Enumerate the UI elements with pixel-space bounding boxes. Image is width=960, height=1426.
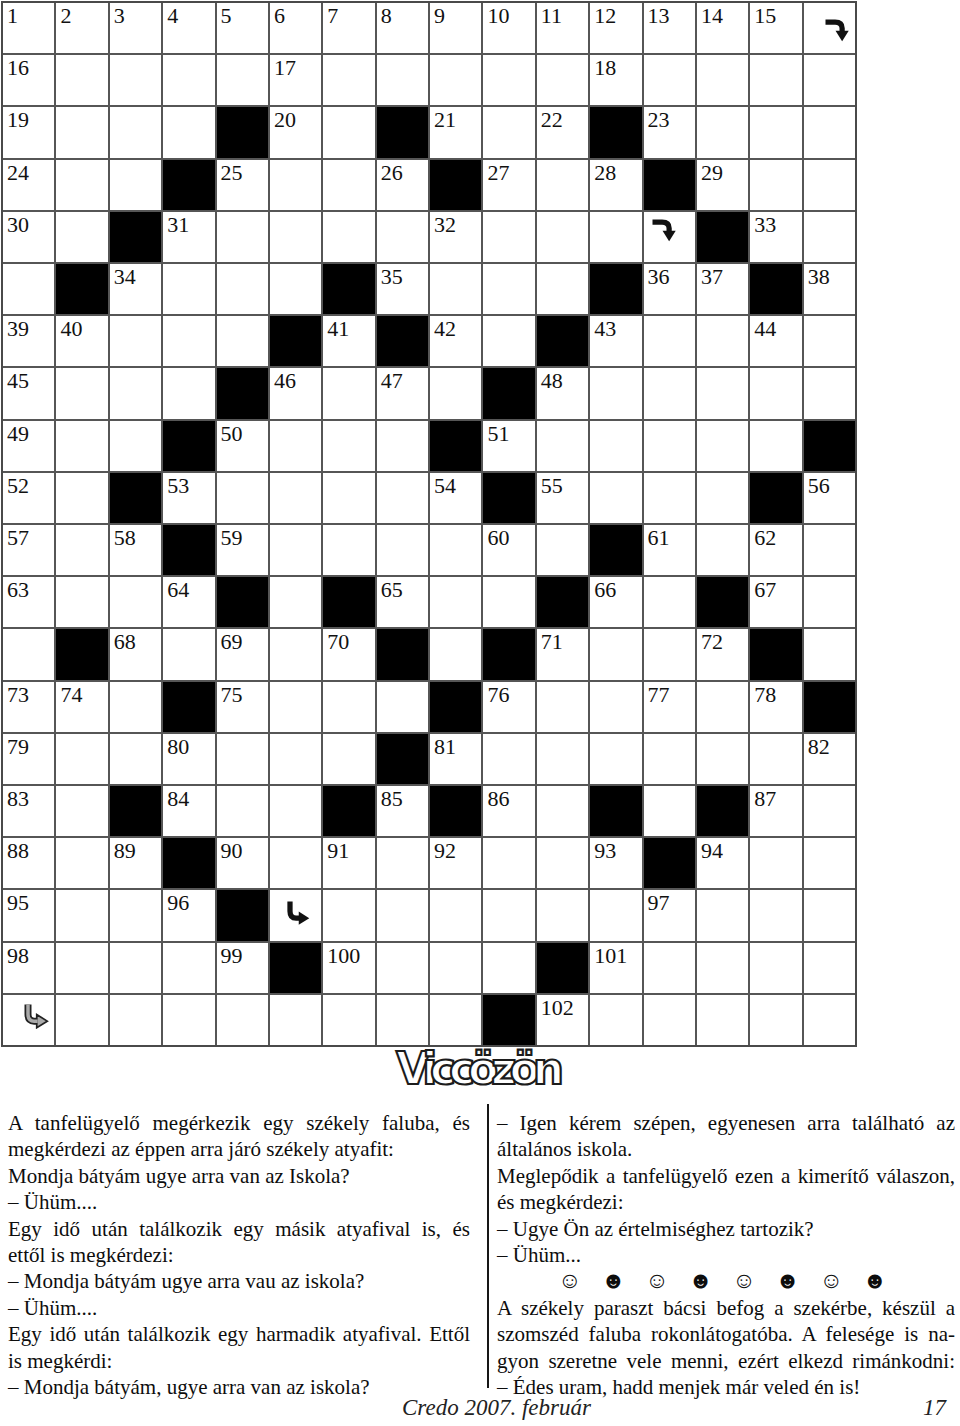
grid-cell[interactable] bbox=[644, 316, 695, 366]
grid-cell[interactable]: 60 bbox=[483, 525, 534, 575]
grid-cell[interactable] bbox=[750, 838, 801, 888]
black-cell bbox=[56, 264, 107, 314]
grid-cell[interactable] bbox=[644, 943, 695, 993]
grid-cell[interactable] bbox=[377, 838, 428, 888]
grid-cell[interactable]: 28 bbox=[590, 160, 641, 210]
grid-cell[interactable]: 3 bbox=[110, 3, 161, 53]
grid-cell[interactable]: 14 bbox=[697, 3, 748, 53]
grid-cell[interactable] bbox=[644, 368, 695, 418]
joke-line: Meglepődik a tanfelügyelő ezen a kimerít… bbox=[497, 1163, 955, 1189]
grid-cell[interactable] bbox=[430, 577, 481, 627]
grid-cell[interactable] bbox=[217, 734, 268, 784]
grid-cell[interactable]: 62 bbox=[750, 525, 801, 575]
grid-cell[interactable]: 97 bbox=[644, 890, 695, 940]
grid-cell[interactable] bbox=[537, 525, 588, 575]
grid-cell[interactable] bbox=[270, 629, 321, 679]
grid-cell[interactable] bbox=[270, 421, 321, 471]
grid-cell[interactable] bbox=[270, 212, 321, 262]
grid-cell[interactable] bbox=[804, 786, 855, 836]
grid-cell[interactable]: 29 bbox=[697, 160, 748, 210]
grid-cell[interactable]: 66 bbox=[590, 577, 641, 627]
grid-cell[interactable]: 17 bbox=[270, 55, 321, 105]
grid-cell[interactable]: 84 bbox=[163, 786, 214, 836]
grid-cell[interactable] bbox=[697, 734, 748, 784]
grid-cell[interactable]: 68 bbox=[110, 629, 161, 679]
grid-cell[interactable] bbox=[697, 995, 748, 1045]
grid-cell[interactable] bbox=[270, 890, 321, 940]
grid-cell[interactable] bbox=[377, 682, 428, 732]
grid-cell[interactable] bbox=[270, 734, 321, 784]
grid-cell[interactable]: 4 bbox=[163, 3, 214, 53]
grid-cell[interactable] bbox=[163, 107, 214, 157]
grid-cell[interactable]: 88 bbox=[3, 838, 54, 888]
grid-cell[interactable] bbox=[430, 368, 481, 418]
grid-cell[interactable] bbox=[537, 212, 588, 262]
grid-cell[interactable] bbox=[110, 107, 161, 157]
grid-cell[interactable] bbox=[430, 890, 481, 940]
grid-cell[interactable] bbox=[3, 995, 54, 1045]
clue-number: 93 bbox=[594, 840, 616, 862]
grid-cell[interactable] bbox=[270, 473, 321, 523]
grid-cell[interactable] bbox=[590, 368, 641, 418]
grid-cell[interactable] bbox=[270, 525, 321, 575]
grid-cell[interactable] bbox=[110, 577, 161, 627]
grid-cell[interactable]: 63 bbox=[3, 577, 54, 627]
grid-cell[interactable] bbox=[644, 577, 695, 627]
grid-cell[interactable] bbox=[323, 107, 374, 157]
grid-cell[interactable] bbox=[750, 943, 801, 993]
grid-cell[interactable] bbox=[750, 995, 801, 1045]
grid-cell[interactable] bbox=[804, 943, 855, 993]
grid-cell[interactable]: 16 bbox=[3, 55, 54, 105]
grid-cell[interactable] bbox=[750, 421, 801, 471]
grid-cell[interactable] bbox=[56, 786, 107, 836]
grid-cell[interactable]: 96 bbox=[163, 890, 214, 940]
grid-cell[interactable] bbox=[323, 890, 374, 940]
grid-cell[interactable]: 50 bbox=[217, 421, 268, 471]
grid-cell[interactable]: 15 bbox=[750, 3, 801, 53]
grid-cell[interactable]: 73 bbox=[3, 682, 54, 732]
grid-cell[interactable] bbox=[644, 995, 695, 1045]
joke-column-right: – Igen kérem szépen, egyenesen arra talá… bbox=[497, 1110, 955, 1400]
grid-cell[interactable] bbox=[110, 682, 161, 732]
grid-cell[interactable]: 70 bbox=[323, 629, 374, 679]
grid-cell[interactable] bbox=[56, 212, 107, 262]
grid-cell[interactable] bbox=[323, 734, 374, 784]
grid-cell[interactable]: 5 bbox=[217, 3, 268, 53]
grid-cell[interactable] bbox=[750, 55, 801, 105]
grid-cell[interactable] bbox=[217, 473, 268, 523]
grid-cell[interactable] bbox=[644, 55, 695, 105]
grid-cell[interactable] bbox=[697, 473, 748, 523]
grid-cell[interactable] bbox=[430, 264, 481, 314]
grid-cell[interactable]: 86 bbox=[483, 786, 534, 836]
grid-cell[interactable]: 9 bbox=[430, 3, 481, 53]
black-cell bbox=[483, 473, 534, 523]
grid-cell[interactable]: 64 bbox=[163, 577, 214, 627]
clue-number: 72 bbox=[701, 631, 723, 653]
clue-number: 16 bbox=[7, 57, 29, 79]
grid-cell[interactable]: 61 bbox=[644, 525, 695, 575]
clue-number: 102 bbox=[541, 997, 574, 1019]
grid-cell[interactable] bbox=[590, 473, 641, 523]
grid-cell[interactable]: 18 bbox=[590, 55, 641, 105]
joke-line: – Ugye Ön az értelmiséghez tartozik? bbox=[497, 1216, 955, 1242]
grid-cell[interactable] bbox=[430, 943, 481, 993]
grid-cell[interactable] bbox=[377, 212, 428, 262]
grid-cell[interactable] bbox=[697, 890, 748, 940]
grid-cell[interactable] bbox=[483, 107, 534, 157]
grid-cell[interactable]: 42 bbox=[430, 316, 481, 366]
grid-cell[interactable]: 91 bbox=[323, 838, 374, 888]
grid-cell[interactable]: 83 bbox=[3, 786, 54, 836]
grid-cell[interactable] bbox=[110, 368, 161, 418]
grid-cell[interactable] bbox=[483, 577, 534, 627]
grid-cell[interactable]: 98 bbox=[3, 943, 54, 993]
grid-cell[interactable]: 69 bbox=[217, 629, 268, 679]
grid-cell[interactable] bbox=[56, 55, 107, 105]
grid-cell[interactable] bbox=[750, 107, 801, 157]
grid-cell[interactable] bbox=[323, 682, 374, 732]
grid-cell[interactable] bbox=[483, 264, 534, 314]
grid-cell[interactable] bbox=[377, 890, 428, 940]
grid-cell[interactable] bbox=[270, 160, 321, 210]
grid-cell[interactable]: 10 bbox=[483, 3, 534, 53]
grid-cell[interactable]: 38 bbox=[804, 264, 855, 314]
grid-cell[interactable] bbox=[110, 160, 161, 210]
grid-cell[interactable]: 85 bbox=[377, 786, 428, 836]
clue-number: 82 bbox=[808, 736, 830, 758]
grid-cell[interactable] bbox=[697, 525, 748, 575]
grid-cell[interactable] bbox=[804, 3, 855, 53]
grid-cell[interactable] bbox=[537, 55, 588, 105]
grid-cell[interactable]: 32 bbox=[430, 212, 481, 262]
grid-cell[interactable] bbox=[590, 421, 641, 471]
grid-cell[interactable] bbox=[163, 943, 214, 993]
clue-number: 18 bbox=[594, 57, 616, 79]
joke-line: – Ühüm.... bbox=[8, 1189, 470, 1215]
grid-cell[interactable] bbox=[377, 473, 428, 523]
grid-cell[interactable] bbox=[323, 160, 374, 210]
grid-cell[interactable] bbox=[110, 734, 161, 784]
grid-cell[interactable]: 74 bbox=[56, 682, 107, 732]
grid-cell[interactable]: 51 bbox=[483, 421, 534, 471]
grid-cell[interactable] bbox=[3, 629, 54, 679]
grid-cell[interactable]: 72 bbox=[697, 629, 748, 679]
grid-cell[interactable]: 77 bbox=[644, 682, 695, 732]
grid-cell[interactable] bbox=[56, 734, 107, 784]
grid-cell[interactable] bbox=[644, 734, 695, 784]
grid-cell[interactable] bbox=[110, 55, 161, 105]
grid-cell[interactable] bbox=[56, 995, 107, 1045]
grid-cell[interactable]: 79 bbox=[3, 734, 54, 784]
grid-cell[interactable] bbox=[163, 316, 214, 366]
turn-arrow-icon-down-right bbox=[21, 1001, 49, 1029]
clue-number: 77 bbox=[648, 684, 670, 706]
grid-cell[interactable]: 46 bbox=[270, 368, 321, 418]
grid-cell[interactable] bbox=[56, 525, 107, 575]
grid-cell[interactable]: 22 bbox=[537, 107, 588, 157]
grid-cell[interactable]: 45 bbox=[3, 368, 54, 418]
grid-cell[interactable] bbox=[537, 734, 588, 784]
grid-cell[interactable] bbox=[483, 212, 534, 262]
grid-cell[interactable]: 76 bbox=[483, 682, 534, 732]
grid-cell[interactable] bbox=[163, 55, 214, 105]
grid-cell[interactable]: 75 bbox=[217, 682, 268, 732]
grid-cell[interactable]: 58 bbox=[110, 525, 161, 575]
grid-cell[interactable] bbox=[163, 264, 214, 314]
grid-cell[interactable] bbox=[804, 212, 855, 262]
clue-number: 40 bbox=[60, 318, 82, 340]
grid-cell[interactable] bbox=[56, 421, 107, 471]
clue-number: 39 bbox=[7, 318, 29, 340]
grid-cell[interactable]: 8 bbox=[377, 3, 428, 53]
grid-cell[interactable] bbox=[697, 107, 748, 157]
grid-cell[interactable] bbox=[217, 316, 268, 366]
grid-cell[interactable] bbox=[750, 160, 801, 210]
grid-cell[interactable] bbox=[697, 55, 748, 105]
grid-cell[interactable]: 48 bbox=[537, 368, 588, 418]
grid-cell[interactable] bbox=[590, 629, 641, 679]
clue-number: 9 bbox=[434, 5, 445, 27]
grid-cell[interactable]: 36 bbox=[644, 264, 695, 314]
grid-cell[interactable]: 59 bbox=[217, 525, 268, 575]
grid-cell[interactable] bbox=[644, 212, 695, 262]
black-cell bbox=[323, 577, 374, 627]
grid-cell[interactable] bbox=[3, 264, 54, 314]
grid-cell[interactable] bbox=[590, 682, 641, 732]
grid-cell[interactable] bbox=[644, 786, 695, 836]
grid-cell[interactable]: 30 bbox=[3, 212, 54, 262]
grid-cell[interactable]: 56 bbox=[804, 473, 855, 523]
grid-cell[interactable] bbox=[697, 316, 748, 366]
clue-number: 47 bbox=[381, 370, 403, 392]
grid-cell[interactable] bbox=[804, 55, 855, 105]
grid-cell[interactable]: 25 bbox=[217, 160, 268, 210]
grid-cell[interactable] bbox=[644, 421, 695, 471]
grid-cell[interactable]: 78 bbox=[750, 682, 801, 732]
grid-cell[interactable] bbox=[804, 995, 855, 1045]
grid-cell[interactable] bbox=[804, 160, 855, 210]
grid-cell[interactable] bbox=[644, 473, 695, 523]
grid-cell[interactable]: 19 bbox=[3, 107, 54, 157]
grid-cell[interactable] bbox=[217, 212, 268, 262]
clue-number: 73 bbox=[7, 684, 29, 706]
viccozon-logo-text: Viccözön bbox=[396, 1043, 564, 1094]
grid-cell[interactable]: 7 bbox=[323, 3, 374, 53]
grid-cell[interactable]: 65 bbox=[377, 577, 428, 627]
grid-cell[interactable] bbox=[56, 368, 107, 418]
grid-cell[interactable] bbox=[56, 838, 107, 888]
clue-number: 36 bbox=[648, 266, 670, 288]
grid-cell[interactable] bbox=[377, 55, 428, 105]
clue-number: 44 bbox=[754, 318, 776, 340]
grid-cell[interactable] bbox=[323, 525, 374, 575]
grid-cell[interactable] bbox=[270, 995, 321, 1045]
grid-cell[interactable]: 52 bbox=[3, 473, 54, 523]
grid-cell[interactable] bbox=[270, 838, 321, 888]
grid-cell[interactable] bbox=[697, 368, 748, 418]
grid-cell[interactable] bbox=[163, 368, 214, 418]
grid-cell[interactable] bbox=[804, 107, 855, 157]
grid-cell[interactable] bbox=[377, 943, 428, 993]
grid-cell[interactable]: 39 bbox=[3, 316, 54, 366]
grid-cell[interactable]: 101 bbox=[590, 943, 641, 993]
grid-cell[interactable] bbox=[56, 160, 107, 210]
grid-cell[interactable]: 99 bbox=[217, 943, 268, 993]
grid-cell[interactable] bbox=[644, 629, 695, 679]
black-cell bbox=[163, 160, 214, 210]
grid-cell[interactable]: 31 bbox=[163, 212, 214, 262]
grid-cell[interactable] bbox=[483, 943, 534, 993]
grid-cell[interactable]: 13 bbox=[644, 3, 695, 53]
grid-cell[interactable] bbox=[804, 316, 855, 366]
grid-cell[interactable]: 57 bbox=[3, 525, 54, 575]
grid-cell[interactable] bbox=[56, 577, 107, 627]
grid-cell[interactable]: 53 bbox=[163, 473, 214, 523]
grid-cell[interactable] bbox=[804, 577, 855, 627]
grid-cell[interactable] bbox=[537, 890, 588, 940]
grid-cell[interactable]: 90 bbox=[217, 838, 268, 888]
grid-cell[interactable] bbox=[217, 786, 268, 836]
grid-cell[interactable] bbox=[110, 316, 161, 366]
grid-cell[interactable]: 87 bbox=[750, 786, 801, 836]
grid-cell[interactable] bbox=[56, 107, 107, 157]
grid-cell[interactable] bbox=[697, 943, 748, 993]
grid-cell[interactable] bbox=[323, 421, 374, 471]
grid-cell[interactable]: 94 bbox=[697, 838, 748, 888]
clue-number: 92 bbox=[434, 840, 456, 862]
grid-cell[interactable] bbox=[217, 55, 268, 105]
grid-cell[interactable]: 82 bbox=[804, 734, 855, 784]
grid-cell[interactable] bbox=[56, 890, 107, 940]
grid-cell[interactable] bbox=[483, 734, 534, 784]
grid-cell[interactable] bbox=[537, 786, 588, 836]
black-cell bbox=[537, 577, 588, 627]
grid-cell[interactable]: 40 bbox=[56, 316, 107, 366]
grid-cell[interactable] bbox=[590, 212, 641, 262]
grid-cell[interactable]: 71 bbox=[537, 629, 588, 679]
grid-cell[interactable] bbox=[537, 160, 588, 210]
grid-cell[interactable] bbox=[323, 368, 374, 418]
grid-cell[interactable]: 43 bbox=[590, 316, 641, 366]
grid-cell[interactable] bbox=[590, 734, 641, 784]
grid-cell[interactable] bbox=[537, 264, 588, 314]
grid-cell[interactable] bbox=[56, 943, 107, 993]
grid-cell[interactable] bbox=[750, 368, 801, 418]
joke-line: megkérdezi az éppen arra járó székely at… bbox=[8, 1136, 470, 1162]
grid-cell[interactable]: 80 bbox=[163, 734, 214, 784]
grid-cell[interactable] bbox=[56, 473, 107, 523]
grid-cell[interactable] bbox=[483, 316, 534, 366]
grid-cell[interactable]: 11 bbox=[537, 3, 588, 53]
grid-cell[interactable] bbox=[804, 525, 855, 575]
grid-cell[interactable]: 41 bbox=[323, 316, 374, 366]
grid-cell[interactable] bbox=[163, 629, 214, 679]
joke-line: – Ühüm... bbox=[497, 1242, 955, 1268]
grid-cell[interactable] bbox=[483, 838, 534, 888]
grid-cell[interactable]: 6 bbox=[270, 3, 321, 53]
grid-cell[interactable]: 2 bbox=[56, 3, 107, 53]
grid-cell[interactable] bbox=[270, 577, 321, 627]
grid-cell[interactable]: 67 bbox=[750, 577, 801, 627]
grid-cell[interactable]: 100 bbox=[323, 943, 374, 993]
grid-cell[interactable] bbox=[483, 55, 534, 105]
grid-cell[interactable] bbox=[430, 629, 481, 679]
grid-cell[interactable] bbox=[110, 421, 161, 471]
grid-cell[interactable] bbox=[537, 421, 588, 471]
grid-cell[interactable]: 26 bbox=[377, 160, 428, 210]
grid-cell[interactable] bbox=[804, 368, 855, 418]
grid-cell[interactable]: 1 bbox=[3, 3, 54, 53]
grid-cell[interactable]: 24 bbox=[3, 160, 54, 210]
grid-cell[interactable]: 44 bbox=[750, 316, 801, 366]
grid-cell[interactable] bbox=[697, 421, 748, 471]
grid-cell[interactable] bbox=[537, 838, 588, 888]
grid-cell[interactable]: 92 bbox=[430, 838, 481, 888]
grid-cell[interactable] bbox=[750, 734, 801, 784]
grid-cell[interactable]: 49 bbox=[3, 421, 54, 471]
grid-cell[interactable]: 93 bbox=[590, 838, 641, 888]
grid-cell[interactable] bbox=[270, 682, 321, 732]
grid-cell[interactable] bbox=[323, 473, 374, 523]
grid-cell[interactable] bbox=[270, 786, 321, 836]
grid-cell[interactable] bbox=[590, 995, 641, 1045]
grid-cell[interactable] bbox=[323, 212, 374, 262]
grid-cell[interactable]: 12 bbox=[590, 3, 641, 53]
grid-cell[interactable] bbox=[217, 995, 268, 1045]
grid-cell[interactable]: 47 bbox=[377, 368, 428, 418]
grid-cell[interactable]: 34 bbox=[110, 264, 161, 314]
grid-cell[interactable]: 35 bbox=[377, 264, 428, 314]
grid-cell[interactable]: 37 bbox=[697, 264, 748, 314]
grid-cell[interactable]: 21 bbox=[430, 107, 481, 157]
grid-cell[interactable] bbox=[697, 682, 748, 732]
grid-cell[interactable] bbox=[804, 838, 855, 888]
grid-cell[interactable]: 27 bbox=[483, 160, 534, 210]
grid-cell[interactable] bbox=[590, 890, 641, 940]
grid-cell[interactable]: 89 bbox=[110, 838, 161, 888]
grid-cell[interactable] bbox=[483, 890, 534, 940]
grid-cell[interactable] bbox=[430, 525, 481, 575]
grid-cell[interactable] bbox=[163, 995, 214, 1045]
grid-cell[interactable]: 54 bbox=[430, 473, 481, 523]
black-cell bbox=[323, 786, 374, 836]
grid-cell[interactable] bbox=[430, 55, 481, 105]
grid-cell[interactable] bbox=[804, 629, 855, 679]
grid-cell[interactable] bbox=[750, 890, 801, 940]
clue-number: 7 bbox=[327, 5, 338, 27]
grid-cell[interactable] bbox=[110, 943, 161, 993]
grid-cell[interactable] bbox=[110, 890, 161, 940]
clue-number: 34 bbox=[114, 266, 136, 288]
grid-cell[interactable] bbox=[217, 264, 268, 314]
grid-cell[interactable]: 95 bbox=[3, 890, 54, 940]
grid-cell[interactable] bbox=[270, 264, 321, 314]
grid-cell[interactable] bbox=[537, 682, 588, 732]
grid-cell[interactable] bbox=[377, 421, 428, 471]
grid-cell[interactable] bbox=[110, 995, 161, 1045]
grid-cell[interactable]: 33 bbox=[750, 212, 801, 262]
grid-cell[interactable] bbox=[804, 890, 855, 940]
grid-cell[interactable]: 81 bbox=[430, 734, 481, 784]
grid-cell[interactable] bbox=[323, 995, 374, 1045]
grid-cell[interactable] bbox=[323, 55, 374, 105]
grid-cell[interactable] bbox=[377, 525, 428, 575]
grid-cell[interactable]: 20 bbox=[270, 107, 321, 157]
grid-cell[interactable]: 23 bbox=[644, 107, 695, 157]
grid-cell[interactable]: 55 bbox=[537, 473, 588, 523]
